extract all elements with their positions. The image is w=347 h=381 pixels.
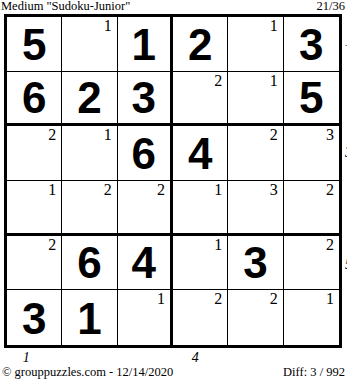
col-label-4: 4: [192, 351, 199, 365]
cell-r3c5[interactable]: 2: [228, 126, 283, 181]
cell-r6c4[interactable]: 2: [173, 290, 228, 345]
pencil-mark: 2: [104, 181, 112, 199]
pencil-mark: 1: [270, 17, 278, 35]
pencil-mark: 1: [157, 290, 165, 308]
titlebar: Medium "Sudoku-Junior" 21/36: [0, 0, 347, 14]
pencil-mark: 1: [48, 181, 56, 199]
cell-r4c3[interactable]: 2: [118, 181, 173, 236]
cell-r1c3[interactable]: 1: [118, 17, 173, 72]
pencil-mark: 1: [214, 236, 222, 254]
cell-r6c6[interactable]: 1: [284, 290, 339, 345]
pencil-mark: 1: [326, 290, 334, 308]
given-digit: 4: [188, 130, 212, 176]
given-digit: 3: [243, 239, 267, 285]
given-digit: 1: [132, 21, 156, 67]
cell-r2c4[interactable]: 2: [173, 72, 228, 127]
cell-r3c2[interactable]: 1: [62, 126, 117, 181]
cell-r2c6[interactable]: 5: [284, 72, 339, 127]
cell-r6c5[interactable]: 2: [228, 290, 283, 345]
given-digit: 2: [188, 21, 212, 67]
puzzle-counter: 21/36: [317, 0, 345, 13]
cell-r6c1[interactable]: 3: [7, 290, 62, 345]
pencil-mark: 1: [214, 181, 222, 199]
cell-r3c4[interactable]: 4: [173, 126, 228, 181]
pencil-mark: 2: [270, 290, 278, 308]
pencil-mark: 2: [326, 181, 334, 199]
cell-r2c5[interactable]: 1: [228, 72, 283, 127]
given-digit: 2: [77, 74, 101, 120]
puzzle-title: Medium "Sudoku-Junior": [1, 0, 130, 13]
cell-r2c1[interactable]: 6: [7, 72, 62, 127]
pencil-mark: 2: [214, 290, 222, 308]
cell-r2c3[interactable]: 3: [118, 72, 173, 127]
pencil-mark: 3: [326, 126, 334, 144]
pencil-mark: 2: [326, 236, 334, 254]
cell-r3c6[interactable]: 3: [284, 126, 339, 181]
cell-r5c4[interactable]: 1: [173, 236, 228, 291]
col-label-1: 1: [23, 351, 30, 365]
pencil-mark: 2: [48, 126, 56, 144]
cell-r1c2[interactable]: 1: [62, 17, 117, 72]
cell-r1c5[interactable]: 1: [228, 17, 283, 72]
cell-r1c4[interactable]: 2: [173, 17, 228, 72]
cell-r4c2[interactable]: 2: [62, 181, 117, 236]
pencil-mark: 3: [270, 181, 278, 199]
cell-r4c4[interactable]: 1: [173, 181, 228, 236]
cell-r5c3[interactable]: 4: [118, 236, 173, 291]
pencil-mark: 2: [214, 72, 222, 90]
given-digit: 4: [132, 239, 156, 285]
given-digit: 3: [22, 295, 46, 341]
cell-r1c1[interactable]: 5: [7, 17, 62, 72]
cell-r6c3[interactable]: 1: [118, 290, 173, 345]
given-digit: 3: [132, 74, 156, 120]
cell-r1c6[interactable]: 3: [284, 17, 339, 72]
cell-r6c2[interactable]: 1: [62, 290, 117, 345]
cell-r5c6[interactable]: 2: [284, 236, 339, 291]
pencil-mark: 2: [48, 236, 56, 254]
difficulty-text: Diff: 3 / 992: [283, 365, 345, 379]
pencil-mark: 2: [157, 181, 165, 199]
cell-r5c1[interactable]: 2: [7, 236, 62, 291]
pencil-mark: 2: [270, 126, 278, 144]
cell-r4c1[interactable]: 1: [7, 181, 62, 236]
cell-r5c5[interactable]: 3: [228, 236, 283, 291]
footer: © grouppuzzles.com - 12/14/2020 Diff: 3 …: [0, 364, 347, 379]
cell-r4c5[interactable]: 3: [228, 181, 283, 236]
given-digit: 6: [22, 74, 46, 120]
cell-r5c2[interactable]: 6: [62, 236, 117, 291]
given-digit: 3: [299, 21, 323, 67]
given-digit: 6: [77, 239, 101, 285]
copyright-text: © grouppuzzles.com - 12/14/2020: [2, 365, 173, 379]
given-digit: 5: [22, 21, 46, 67]
pencil-mark: 1: [104, 126, 112, 144]
cell-r3c3[interactable]: 6: [118, 126, 173, 181]
cell-r2c2[interactable]: 2: [62, 72, 117, 127]
cell-r3c1[interactable]: 2: [7, 126, 62, 181]
given-digit: 1: [77, 295, 101, 341]
given-digit: 5: [299, 74, 323, 120]
cell-r4c6[interactable]: 2: [284, 181, 339, 236]
sudoku-board: 511213623215216423122132264132311221: [4, 14, 342, 348]
pencil-mark: 1: [104, 17, 112, 35]
pencil-mark: 1: [270, 72, 278, 90]
given-digit: 6: [132, 130, 156, 176]
